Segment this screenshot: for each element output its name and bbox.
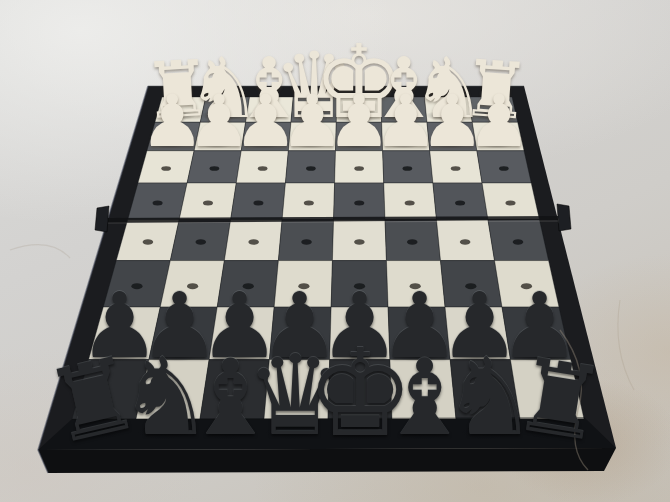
marble-vein — [10, 245, 70, 258]
hinge-tab-right — [557, 204, 571, 231]
peg-hole — [407, 239, 418, 244]
black-rook[interactable]: ♜ — [507, 343, 612, 457]
peg-hole — [161, 166, 171, 171]
peg-hole — [513, 239, 524, 244]
peg-hole — [354, 166, 364, 171]
peg-hole — [354, 239, 365, 244]
peg-hole — [203, 201, 213, 206]
white-pawn[interactable]: ♟ — [467, 85, 532, 157]
peg-hole — [210, 166, 220, 171]
peg-hole — [405, 201, 415, 206]
peg-hole — [301, 239, 312, 244]
marble-vein — [618, 300, 634, 390]
peg-hole — [354, 201, 364, 206]
peg-hole — [304, 201, 314, 206]
peg-hole — [505, 201, 515, 206]
peg-hole — [499, 166, 509, 171]
photo-scene: ♜♞♝♛♚♝♞♜♟♟♟♟♟♟♟♟♟♟♟♟♟♟♟♟♜♞♝♛♚♝♞♜ — [0, 0, 670, 502]
peg-hole — [455, 201, 465, 206]
peg-hole — [253, 201, 263, 206]
peg-hole — [143, 239, 154, 244]
peg-hole — [451, 166, 461, 171]
hinge-tab-left — [95, 206, 109, 232]
peg-hole — [248, 239, 259, 244]
peg-hole — [403, 166, 413, 171]
peg-hole — [153, 201, 163, 206]
peg-hole — [460, 239, 471, 244]
peg-hole — [195, 239, 206, 244]
peg-hole — [258, 166, 268, 171]
peg-hole — [306, 166, 316, 171]
